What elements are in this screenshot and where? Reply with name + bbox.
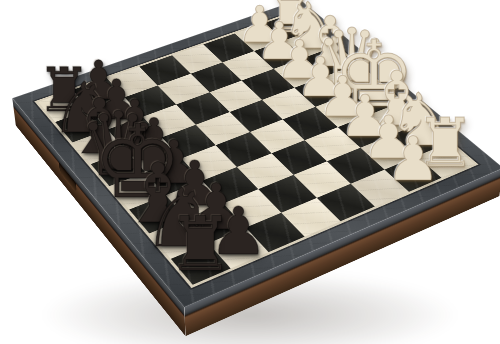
square-f5 [237,153,293,189]
square-h8 [171,243,232,285]
base-handle-notch [59,162,77,194]
chess-set-photo: ♜♞♝♛♚♝♞♜♟♟♟♟♟♟♟♟♟♟♟♟♟♟♟♟♜♞♝♛♚♝♞♜ [0,0,500,344]
square-g6 [223,189,281,227]
square-e7 [146,158,202,194]
square-e8 [109,172,165,209]
square-f7 [166,180,223,218]
chess-board [12,0,500,307]
square-g3 [327,148,384,184]
square-f4 [271,140,327,175]
square-h7 [208,227,268,268]
square-g7 [187,203,246,242]
square-g4 [294,161,351,197]
square-e5 [216,132,271,167]
square-h3 [351,169,409,206]
square-f6 [202,167,259,204]
square-g8 [149,218,208,258]
square-f3 [305,127,361,161]
square-g2 [360,135,416,170]
square-h4 [317,183,376,221]
board-grid [38,13,474,285]
square-h2 [384,156,442,192]
square-h5 [281,198,340,237]
square-c8 [72,129,126,163]
square-f8 [129,195,187,234]
square-h1 [417,142,474,177]
square-h6 [245,212,305,252]
square-d8 [91,150,146,186]
square-d7 [127,137,182,172]
square-e6 [181,145,237,180]
square-g5 [259,175,317,212]
